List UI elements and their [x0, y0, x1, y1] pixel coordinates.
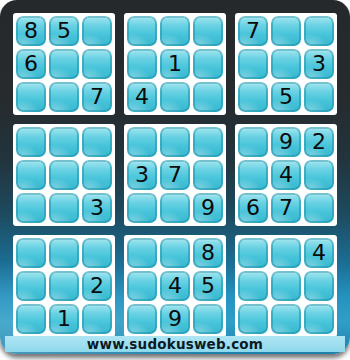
cell-r2c4[interactable] [127, 49, 157, 79]
cell-r5c7[interactable] [238, 160, 268, 190]
cell-r3c7[interactable] [238, 82, 268, 112]
box-5: 379 [124, 124, 226, 226]
cell-r9c1[interactable] [16, 304, 46, 334]
cell-r4c7[interactable] [238, 127, 268, 157]
cell-r1c9[interactable] [304, 16, 334, 46]
cell-r7c6[interactable]: 8 [193, 238, 223, 268]
cell-r8c5[interactable]: 4 [160, 271, 190, 301]
cell-r9c3[interactable] [82, 304, 112, 334]
cell-r4c9[interactable]: 2 [304, 127, 334, 157]
box-6: 92467 [235, 124, 337, 226]
cell-r5c1[interactable] [16, 160, 46, 190]
sudoku-board: 8567147353379924672184594 [13, 13, 337, 337]
cell-r3c4[interactable]: 4 [127, 82, 157, 112]
cell-r3c9[interactable] [304, 82, 334, 112]
cell-r4c6[interactable] [193, 127, 223, 157]
cell-r5c3[interactable] [82, 160, 112, 190]
cell-r2c8[interactable] [271, 49, 301, 79]
box-8: 8459 [124, 235, 226, 337]
cell-r5c9[interactable] [304, 160, 334, 190]
cell-r2c7[interactable] [238, 49, 268, 79]
cell-r8c6[interactable]: 5 [193, 271, 223, 301]
cell-r6c7[interactable]: 6 [238, 193, 268, 223]
box-3: 735 [235, 13, 337, 115]
cell-r5c6[interactable] [193, 160, 223, 190]
cell-r1c6[interactable] [193, 16, 223, 46]
cell-r8c4[interactable] [127, 271, 157, 301]
cell-r1c8[interactable] [271, 16, 301, 46]
cell-r8c9[interactable] [304, 271, 334, 301]
cell-r6c6[interactable]: 9 [193, 193, 223, 223]
cell-r1c4[interactable] [127, 16, 157, 46]
cell-r7c7[interactable] [238, 238, 268, 268]
cell-r9c4[interactable] [127, 304, 157, 334]
cell-r7c1[interactable] [16, 238, 46, 268]
cell-r4c8[interactable]: 9 [271, 127, 301, 157]
cell-r2c1[interactable]: 6 [16, 49, 46, 79]
cell-r4c2[interactable] [49, 127, 79, 157]
box-2: 14 [124, 13, 226, 115]
cell-r9c5[interactable]: 9 [160, 304, 190, 334]
cell-r4c1[interactable] [16, 127, 46, 157]
cell-r2c3[interactable] [82, 49, 112, 79]
cell-r3c3[interactable]: 7 [82, 82, 112, 112]
cell-r8c2[interactable] [49, 271, 79, 301]
cell-r9c2[interactable]: 1 [49, 304, 79, 334]
cell-r7c8[interactable] [271, 238, 301, 268]
cell-r3c2[interactable] [49, 82, 79, 112]
board-frame: 8567147353379924672184594 www.sudokusweb… [0, 0, 350, 354]
cell-r2c6[interactable] [193, 49, 223, 79]
cell-r8c7[interactable] [238, 271, 268, 301]
box-9: 4 [235, 235, 337, 337]
cell-r2c9[interactable]: 3 [304, 49, 334, 79]
cell-r1c3[interactable] [82, 16, 112, 46]
cell-r9c6[interactable] [193, 304, 223, 334]
box-7: 21 [13, 235, 115, 337]
cell-r8c8[interactable] [271, 271, 301, 301]
cell-r2c2[interactable] [49, 49, 79, 79]
cell-r6c8[interactable]: 7 [271, 193, 301, 223]
cell-r7c2[interactable] [49, 238, 79, 268]
sudoku-page: 8567147353379924672184594 www.sudokusweb… [0, 0, 350, 360]
cell-r6c9[interactable] [304, 193, 334, 223]
cell-r4c3[interactable] [82, 127, 112, 157]
cell-r7c4[interactable] [127, 238, 157, 268]
box-4: 3 [13, 124, 115, 226]
cell-r5c5[interactable]: 7 [160, 160, 190, 190]
cell-r6c1[interactable] [16, 193, 46, 223]
cell-r5c2[interactable] [49, 160, 79, 190]
cell-r9c7[interactable] [238, 304, 268, 334]
cell-r8c1[interactable] [16, 271, 46, 301]
footer-bar: www.sudokusweb.com [5, 336, 345, 352]
cell-r9c9[interactable] [304, 304, 334, 334]
cell-r3c8[interactable]: 5 [271, 82, 301, 112]
cell-r6c4[interactable] [127, 193, 157, 223]
cell-r1c1[interactable]: 8 [16, 16, 46, 46]
cell-r5c8[interactable]: 4 [271, 160, 301, 190]
cell-r3c5[interactable] [160, 82, 190, 112]
cell-r3c1[interactable] [16, 82, 46, 112]
cell-r9c8[interactable] [271, 304, 301, 334]
cell-r6c3[interactable]: 3 [82, 193, 112, 223]
cell-r2c5[interactable]: 1 [160, 49, 190, 79]
box-1: 8567 [13, 13, 115, 115]
site-url-link[interactable]: www.sudokusweb.com [87, 336, 263, 352]
cell-r1c5[interactable] [160, 16, 190, 46]
cell-r1c7[interactable]: 7 [238, 16, 268, 46]
cell-r5c4[interactable]: 3 [127, 160, 157, 190]
cell-r6c2[interactable] [49, 193, 79, 223]
cell-r1c2[interactable]: 5 [49, 16, 79, 46]
cell-r6c5[interactable] [160, 193, 190, 223]
cell-r7c5[interactable] [160, 238, 190, 268]
cell-r3c6[interactable] [193, 82, 223, 112]
cell-r7c3[interactable] [82, 238, 112, 268]
cell-r8c3[interactable]: 2 [82, 271, 112, 301]
cell-r4c4[interactable] [127, 127, 157, 157]
cell-r7c9[interactable]: 4 [304, 238, 334, 268]
cell-r4c5[interactable] [160, 127, 190, 157]
